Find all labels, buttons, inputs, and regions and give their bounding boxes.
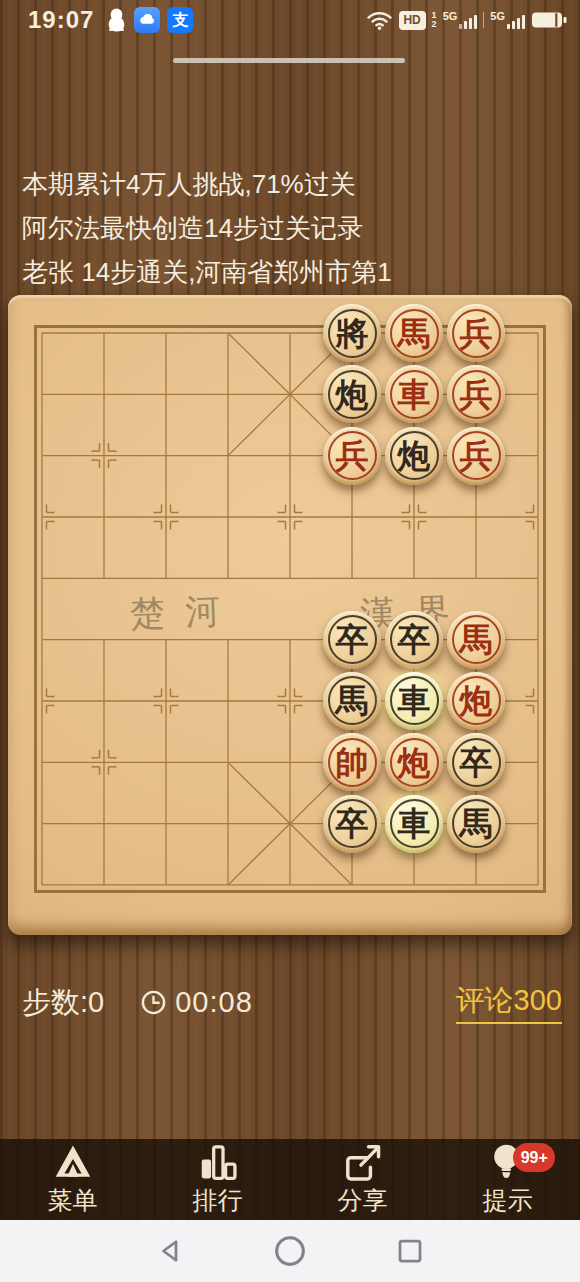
battery-icon <box>531 10 568 30</box>
xiangqi-board[interactable]: 楚河 漢界 將馬兵炮車兵兵炮兵卒卒馬馬車炮帥炮卒卒車馬 <box>8 295 572 935</box>
menu-icon <box>52 1143 94 1181</box>
announcement-lines: 本期累计4万人挑战,71%过关 阿尔法最快创造14步过关记录 老张 14步通关,… <box>22 162 392 294</box>
sim2-label: 2 <box>432 20 437 29</box>
nav-item-ranking[interactable]: 排行 <box>145 1139 290 1220</box>
piece-red-兵-r1c7[interactable]: 兵 <box>447 365 505 423</box>
piece-black-將-r0c5[interactable]: 將 <box>323 304 381 362</box>
signal-2: 5G <box>490 12 525 29</box>
piece-red-車-r1c6[interactable]: 車 <box>385 365 443 423</box>
announcement-line-3: 老张 14步通关,河南省郑州市第1 <box>22 250 392 294</box>
piece-red-兵-r0c7[interactable]: 兵 <box>447 304 505 362</box>
piece-black-卒-r5c6[interactable]: 卒 <box>385 611 443 669</box>
android-back-icon[interactable] <box>155 1236 185 1266</box>
signal-bars-icon <box>507 12 525 29</box>
announcement-line-2: 阿尔法最快创造14步过关记录 <box>22 206 392 250</box>
elapsed-timer: 00:08 <box>175 986 253 1019</box>
nav-item-share[interactable]: 分享 <box>290 1139 435 1220</box>
piece-black-車-r6c6[interactable]: 車 <box>385 672 443 730</box>
nav-label-share: 分享 <box>338 1184 388 1217</box>
nav-item-hint[interactable]: 提示 99+ <box>435 1139 580 1220</box>
piece-black-卒-r8c5[interactable]: 卒 <box>323 795 381 853</box>
announcement-line-1: 本期累计4万人挑战,71%过关 <box>22 162 392 206</box>
android-home-icon[interactable] <box>273 1234 307 1268</box>
share-icon <box>342 1143 384 1181</box>
piece-black-卒-r5c5[interactable]: 卒 <box>323 611 381 669</box>
piece-black-卒-r7c7[interactable]: 卒 <box>447 733 505 791</box>
piece-black-馬-r6c5[interactable]: 馬 <box>323 672 381 730</box>
ranking-icon <box>197 1143 239 1181</box>
piece-red-炮-r7c6[interactable]: 炮 <box>385 733 443 791</box>
cloud-icon <box>134 7 160 33</box>
move-counter-label: 步数: <box>22 986 88 1018</box>
qq-icon <box>106 7 127 33</box>
river-label-chu-he: 楚河 <box>129 587 241 638</box>
move-counter: 步数:0 <box>22 983 104 1023</box>
clock-time: 19:07 <box>28 6 94 34</box>
clock-icon <box>140 989 167 1016</box>
piece-red-帥-r7c5[interactable]: 帥 <box>323 733 381 791</box>
nav-label-ranking: 排行 <box>193 1184 243 1217</box>
comments-link[interactable]: 评论300 <box>456 981 562 1024</box>
network2-label: 5G <box>490 11 505 22</box>
piece-black-馬-r8c7[interactable]: 馬 <box>447 795 505 853</box>
piece-red-兵-r2c5[interactable]: 兵 <box>323 427 381 485</box>
piece-red-馬-r5c7[interactable]: 馬 <box>447 611 505 669</box>
piece-red-馬-r0c6[interactable]: 馬 <box>385 304 443 362</box>
hd-icon: HD <box>399 11 426 30</box>
nav-label-hint: 提示 <box>483 1184 533 1217</box>
wifi-icon <box>366 9 393 31</box>
top-divider-bar <box>173 58 405 63</box>
android-recents-icon[interactable] <box>395 1236 425 1266</box>
piece-red-炮-r6c7[interactable]: 炮 <box>447 672 505 730</box>
alipay-icon: 支 <box>167 7 193 33</box>
nav-label-menu: 菜单 <box>48 1184 98 1217</box>
android-nav-bar <box>0 1220 580 1282</box>
piece-black-炮-r2c6[interactable]: 炮 <box>385 427 443 485</box>
status-divider <box>483 12 484 28</box>
signal-1: 5G <box>443 12 478 29</box>
network1-label: 5G <box>443 11 458 22</box>
bottom-nav: 菜单 排行 分享 提示 99+ <box>0 1139 580 1220</box>
move-counter-value: 0 <box>88 986 104 1018</box>
signal-bars-icon <box>459 12 477 29</box>
info-bar: 步数:0 00:08 评论300 <box>0 975 580 1030</box>
hint-count-badge: 99+ <box>513 1143 555 1172</box>
status-bar: 19:07 支 HD 1 2 5G 5G <box>0 0 580 40</box>
piece-black-車-r8c6[interactable]: 車 <box>385 795 443 853</box>
nav-item-menu[interactable]: 菜单 <box>0 1139 145 1220</box>
piece-black-炮-r1c5[interactable]: 炮 <box>323 365 381 423</box>
piece-red-兵-r2c7[interactable]: 兵 <box>447 427 505 485</box>
